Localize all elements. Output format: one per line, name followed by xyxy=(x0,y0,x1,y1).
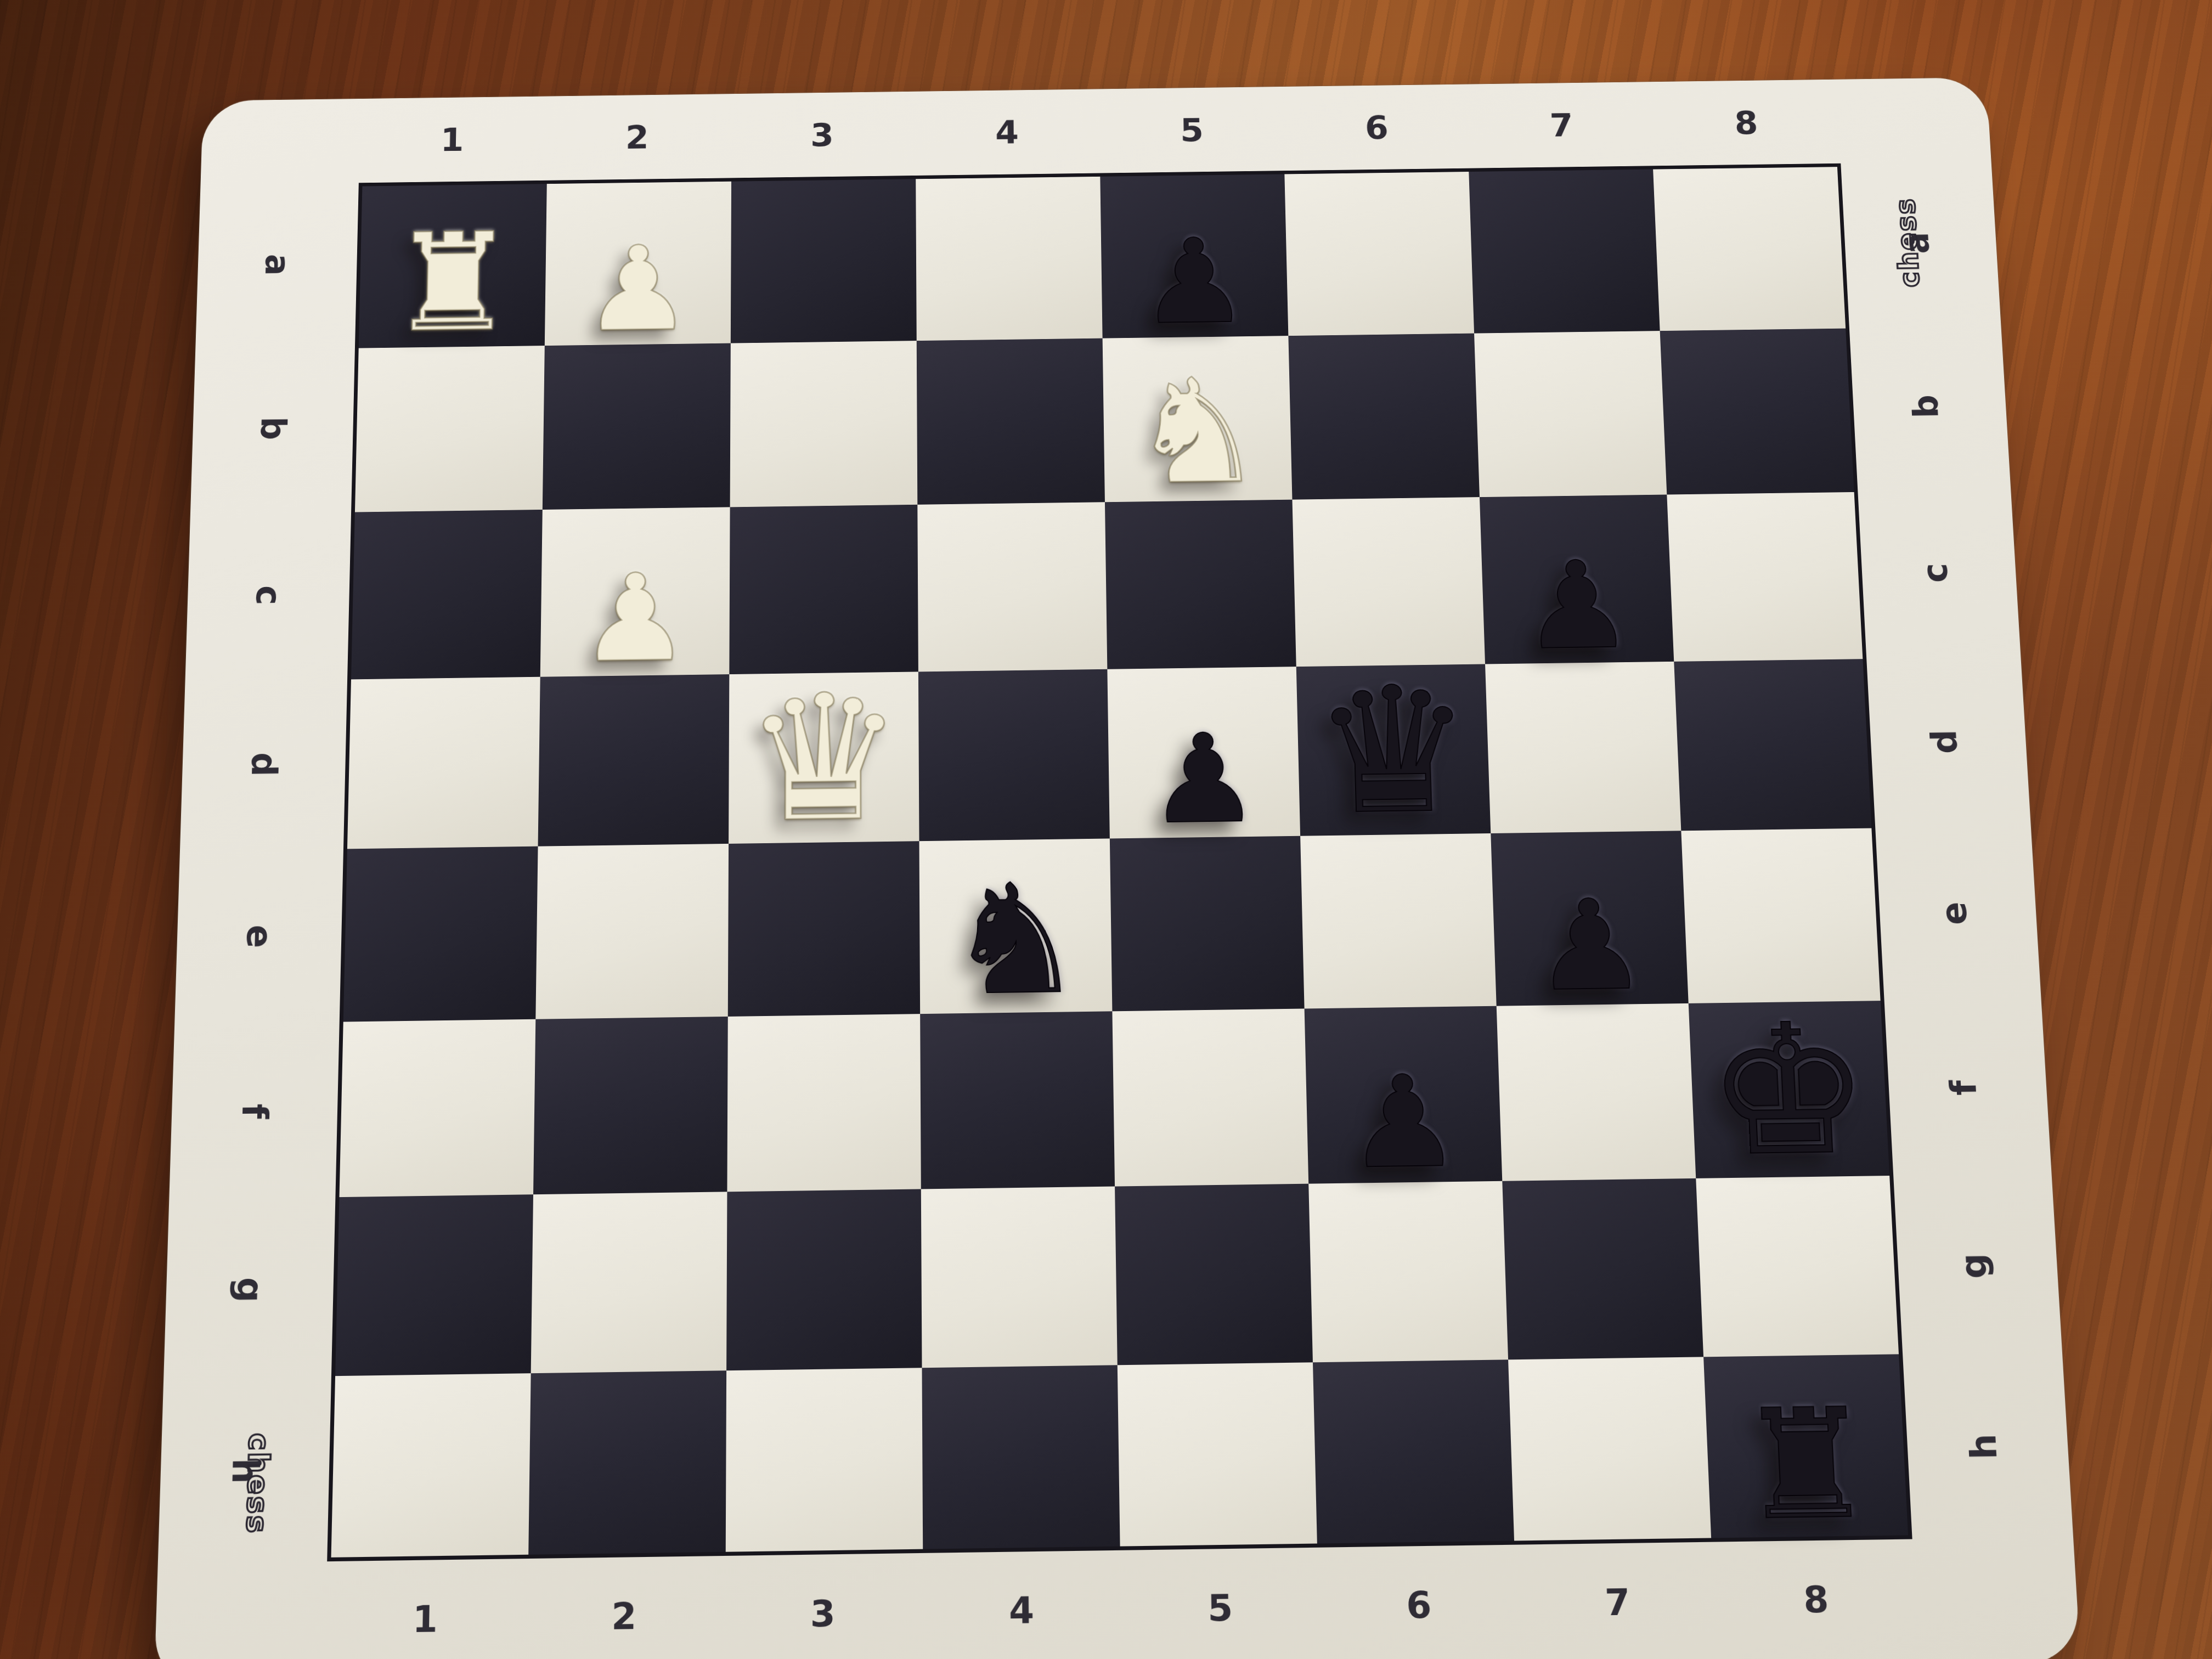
rank-label-6: 6 xyxy=(1283,87,1470,169)
black-king-f8: ♚ xyxy=(1703,1000,1875,1182)
square-g8 xyxy=(1696,1176,1899,1357)
rank-label-5: 5 xyxy=(1099,89,1285,171)
square-d2 xyxy=(538,674,730,847)
file-label-g: g xyxy=(163,1199,335,1381)
rank-labels-bottom: 12345678 xyxy=(324,1542,1918,1659)
file-label-e: e xyxy=(1867,826,2041,1002)
square-e2 xyxy=(535,844,729,1019)
black-knight-e4: ♞ xyxy=(946,864,1086,1017)
square-f3 xyxy=(727,1014,921,1192)
square-d4 xyxy=(918,669,1110,841)
square-f7 xyxy=(1497,1003,1696,1181)
square-e7: ♟ xyxy=(1491,831,1688,1006)
square-c2: ♟ xyxy=(540,507,730,676)
square-b1 xyxy=(355,346,545,512)
square-d7 xyxy=(1485,661,1681,833)
white-knight-b5: ♞ xyxy=(1128,359,1266,505)
square-b3 xyxy=(730,341,918,507)
rank-label-2: 2 xyxy=(524,1558,724,1659)
square-c3 xyxy=(729,505,918,674)
square-b2 xyxy=(543,343,731,510)
chess-mat: 12345678 12345678 abcdefgh abcdefgh ches… xyxy=(154,77,2081,1659)
brand-logo-bottom-left: chess xyxy=(240,1433,276,1535)
board-boundary-line: ♜♟♟♞♟♟♛♟♛♞♟♟♚♜ xyxy=(327,163,1912,1561)
file-label-c: c xyxy=(1850,488,2021,658)
white-rook-a1: ♜ xyxy=(388,215,517,351)
rank-label-4: 4 xyxy=(922,1553,1121,1659)
square-h3 xyxy=(726,1368,923,1552)
square-c8 xyxy=(1667,492,1863,661)
brand-logo-top-right: chess xyxy=(1889,197,1926,287)
rank-label-2: 2 xyxy=(544,97,730,179)
square-g3 xyxy=(726,1189,922,1370)
square-c5 xyxy=(1105,500,1296,669)
square-d1 xyxy=(347,676,540,849)
file-label-h: h xyxy=(1895,1355,2073,1539)
square-e6 xyxy=(1300,833,1497,1008)
white-pawn-c2: ♟ xyxy=(579,557,692,679)
black-pawn-f6: ♟ xyxy=(1345,1059,1463,1187)
square-b7 xyxy=(1474,331,1667,497)
rank-label-1: 1 xyxy=(359,99,545,181)
file-label-c: c xyxy=(185,510,352,680)
square-d3: ♛ xyxy=(729,672,919,844)
square-a4 xyxy=(916,177,1102,341)
square-a3 xyxy=(731,179,917,343)
square-d5: ♟ xyxy=(1107,667,1300,839)
square-g1 xyxy=(335,1194,533,1375)
square-a1: ♜ xyxy=(359,184,547,348)
square-f6: ♟ xyxy=(1305,1006,1503,1183)
square-h6 xyxy=(1313,1359,1514,1544)
square-g6 xyxy=(1308,1181,1508,1362)
square-h1 xyxy=(331,1373,531,1558)
rank-label-8: 8 xyxy=(1652,82,1841,163)
file-label-a: a xyxy=(195,183,358,347)
file-labels-left: abcdefgh xyxy=(158,183,359,1564)
black-pawn-a5: ♟ xyxy=(1138,223,1251,341)
file-label-f: f xyxy=(1877,999,2052,1177)
square-f5 xyxy=(1112,1008,1308,1187)
square-h5 xyxy=(1118,1362,1317,1547)
square-d6: ♛ xyxy=(1296,664,1491,836)
square-e8 xyxy=(1681,828,1880,1003)
square-c6 xyxy=(1292,497,1485,667)
rank-label-4: 4 xyxy=(915,92,1100,174)
square-a8 xyxy=(1653,167,1846,330)
file-label-d: d xyxy=(1859,656,2030,828)
file-label-g: g xyxy=(1886,1175,2062,1357)
square-f2 xyxy=(533,1016,728,1194)
square-h2 xyxy=(528,1370,726,1555)
square-c1 xyxy=(351,510,543,679)
square-a2: ♟ xyxy=(545,182,731,346)
square-f4 xyxy=(920,1011,1115,1189)
square-h8: ♜ xyxy=(1703,1354,1908,1538)
square-b4 xyxy=(917,338,1105,505)
rank-label-5: 5 xyxy=(1120,1550,1321,1659)
square-a5: ♟ xyxy=(1100,174,1288,338)
square-g5 xyxy=(1115,1184,1313,1365)
square-f1 xyxy=(339,1019,535,1197)
rank-label-7: 7 xyxy=(1516,1544,1719,1659)
square-b6 xyxy=(1288,333,1480,500)
rank-label-6: 6 xyxy=(1318,1547,1520,1659)
square-d8 xyxy=(1674,659,1871,831)
square-h7 xyxy=(1508,1357,1711,1541)
rank-label-8: 8 xyxy=(1714,1542,1918,1658)
rank-label-3: 3 xyxy=(730,94,915,176)
square-g4 xyxy=(921,1187,1118,1368)
black-pawn-e7: ♟ xyxy=(1531,883,1650,1008)
black-rook-h8: ♜ xyxy=(1736,1389,1878,1542)
black-queen-d6: ♛ xyxy=(1311,663,1476,839)
square-e1 xyxy=(343,847,538,1022)
rank-label-3: 3 xyxy=(723,1555,922,1659)
rank-label-7: 7 xyxy=(1468,85,1656,166)
square-g7 xyxy=(1502,1178,1703,1359)
square-h4 xyxy=(922,1365,1120,1549)
file-label-d: d xyxy=(180,678,347,851)
square-c4 xyxy=(917,502,1107,672)
file-label-b: b xyxy=(190,345,355,512)
perspective-wrapper: 12345678 12345678 abcdefgh abcdefgh ches… xyxy=(0,61,2212,1659)
square-a7 xyxy=(1469,170,1660,334)
square-e3 xyxy=(728,841,920,1016)
rank-label-1: 1 xyxy=(324,1561,525,1659)
square-e5 xyxy=(1110,836,1305,1011)
file-label-f: f xyxy=(169,1023,340,1201)
square-b8 xyxy=(1660,328,1854,494)
square-b5: ♞ xyxy=(1103,336,1293,503)
square-f8: ♚ xyxy=(1689,1001,1889,1178)
black-pawn-c7: ♟ xyxy=(1519,545,1635,667)
photo-scene: 12345678 12345678 abcdefgh abcdefgh ches… xyxy=(0,0,2212,1659)
square-a6 xyxy=(1284,172,1474,336)
file-label-b: b xyxy=(1842,324,2011,490)
square-e4: ♞ xyxy=(919,838,1113,1013)
square-c7: ♟ xyxy=(1480,495,1674,664)
black-pawn-d5: ♟ xyxy=(1147,718,1262,842)
white-queen-d3: ♛ xyxy=(743,671,905,847)
file-label-e: e xyxy=(174,849,343,1025)
chess-board: ♜♟♟♞♟♟♛♟♛♞♟♟♚♜ xyxy=(331,167,1909,1558)
square-g2 xyxy=(531,1192,727,1373)
white-pawn-a2: ♟ xyxy=(583,230,694,348)
